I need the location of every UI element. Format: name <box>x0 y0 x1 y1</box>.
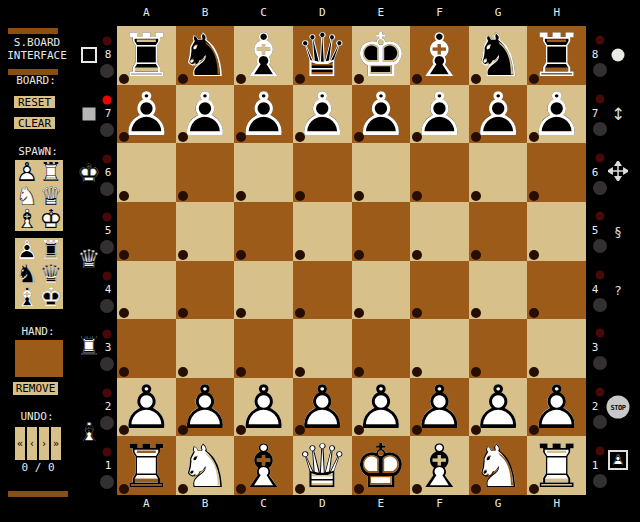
white-king-piece[interactable]: ♚♔ <box>75 159 103 187</box>
board-square[interactable] <box>117 319 176 378</box>
piece-outline: ♔ <box>39 285 63 309</box>
board-square[interactable] <box>176 143 235 202</box>
filled-square-icon[interactable] <box>83 107 96 120</box>
updown-arrow-icon[interactable]: ↕ <box>611 105 625 122</box>
board-square[interactable]: ♟♙ <box>527 378 586 437</box>
board-square[interactable] <box>352 319 411 378</box>
gray-led <box>593 239 607 253</box>
board-square[interactable]: ♜♖ <box>527 436 586 495</box>
black-pawn-piece[interactable]: ♟♙ <box>293 85 352 144</box>
board-square[interactable]: ♜♖ <box>117 436 176 495</box>
rank-label: 5 <box>592 225 599 238</box>
piece-outline: ♙ <box>117 85 176 144</box>
board-square[interactable]: ♝♗ <box>234 26 293 85</box>
spawn-palette-white: ♟♙♜♖♞♘♛♕♝♗♚♔ <box>15 160 63 231</box>
red-led <box>103 37 112 46</box>
undo-back-button[interactable]: ‹ <box>27 427 37 460</box>
white-pawn-piece[interactable]: ♟♙ <box>610 452 626 468</box>
piece-outline: ♕ <box>75 245 103 273</box>
piece-outline: ♗ <box>410 26 469 85</box>
piece-outline: ♙ <box>293 85 352 144</box>
file-label: F <box>436 6 443 19</box>
board-square[interactable]: ♟♙ <box>117 378 176 437</box>
board-square[interactable]: ♟♙ <box>410 378 469 437</box>
black-pawn-piece[interactable]: ♟♙ <box>410 85 469 144</box>
rank-label: 5 <box>105 225 112 238</box>
spawn-white-bishop[interactable]: ♝♗ <box>15 207 39 231</box>
stop-label: STOP <box>611 403 626 411</box>
board-square[interactable] <box>527 143 586 202</box>
board-square[interactable]: ♟♙ <box>352 378 411 437</box>
piece-outline: ♙ <box>234 85 293 144</box>
gray-led <box>100 475 114 489</box>
piece-outline: ♙ <box>410 85 469 144</box>
piece-outline: ♘ <box>469 26 528 85</box>
white-queen-piece[interactable]: ♛♕ <box>293 436 352 495</box>
board-square[interactable]: ♞♘ <box>469 436 528 495</box>
filled-circle-icon[interactable] <box>612 49 625 62</box>
gray-led <box>593 63 607 77</box>
red-led <box>596 212 605 221</box>
board-square[interactable]: ♝♗ <box>234 436 293 495</box>
black-rook-piece[interactable]: ♜♖ <box>527 26 586 85</box>
piece-outline: ♖ <box>527 26 586 85</box>
board-square[interactable] <box>410 261 469 320</box>
white-knight-piece[interactable]: ♞♘ <box>469 436 528 495</box>
piece-outline: ♘ <box>176 26 235 85</box>
piece-outline: ♙ <box>469 85 528 144</box>
red-led <box>103 330 112 339</box>
piece-outline: ♔ <box>39 207 63 231</box>
board-square[interactable]: ♜♖ <box>117 26 176 85</box>
file-label: C <box>260 497 267 510</box>
red-led <box>103 95 112 104</box>
white-bishop-piece[interactable]: ♝♗ <box>234 436 293 495</box>
pawn-box-icon[interactable]: ♟♙ <box>608 450 628 470</box>
gray-led <box>100 357 114 371</box>
rank-label: 1 <box>592 459 599 472</box>
board-square[interactable]: ♚♔ <box>352 26 411 85</box>
file-label: B <box>202 6 209 19</box>
file-label: G <box>495 497 502 510</box>
red-led <box>596 94 605 103</box>
red-led <box>103 447 112 456</box>
piece-outline: ♘ <box>469 436 528 495</box>
footer-bar <box>8 491 68 497</box>
board-square[interactable]: ♟♙ <box>234 378 293 437</box>
board-square[interactable]: ♟♙ <box>352 85 411 144</box>
clear-button[interactable]: CLEAR <box>14 117 55 129</box>
gray-led <box>593 122 607 136</box>
hand-slot[interactable] <box>15 340 63 377</box>
board-square[interactable]: ♞♘ <box>176 26 235 85</box>
undo-forward-button[interactable]: › <box>39 427 49 460</box>
spawn-palette-black: ♟♙♜♖♞♘♛♕♝♗♚♔ <box>15 238 63 309</box>
gray-led <box>593 298 607 312</box>
black-queen-piece[interactable]: ♛♕ <box>293 26 352 85</box>
board-square[interactable] <box>234 261 293 320</box>
board-square[interactable] <box>293 202 352 261</box>
board-square[interactable] <box>352 261 411 320</box>
undo-button-row: «‹›» <box>15 427 61 460</box>
piece-outline: ♙ <box>352 85 411 144</box>
board-square[interactable] <box>352 143 411 202</box>
white-pawn-piece[interactable]: ♟♙ <box>176 378 235 437</box>
gray-led <box>593 181 607 195</box>
board-square[interactable]: ♟♙ <box>293 378 352 437</box>
gray-led <box>100 64 114 78</box>
file-label: A <box>143 6 150 19</box>
file-label: B <box>202 497 209 510</box>
gray-led <box>593 474 607 488</box>
board-square[interactable] <box>469 202 528 261</box>
black-bishop-piece[interactable]: ♝♗ <box>234 26 293 85</box>
white-rook-piece[interactable]: ♜♖ <box>117 436 176 495</box>
board-square[interactable] <box>527 202 586 261</box>
rank-label: 7 <box>592 107 599 120</box>
board-section-label: BOARD: <box>16 74 56 87</box>
reset-button[interactable]: RESET <box>14 96 55 108</box>
hand-section-label: HAND: <box>21 325 54 338</box>
file-label: D <box>319 6 326 19</box>
rank-label: 8 <box>105 49 112 62</box>
sboard-interface-app: S.BOARD INTERFACE BOARD: RESET CLEAR SPA… <box>0 0 640 522</box>
board-square[interactable] <box>527 261 586 320</box>
red-led <box>103 271 112 280</box>
red-led <box>103 389 112 398</box>
piece-outline: ♔ <box>352 436 411 495</box>
board-square[interactable] <box>293 261 352 320</box>
piece-outline: ♖ <box>75 332 103 360</box>
board-square[interactable] <box>469 261 528 320</box>
white-bishop-piece[interactable]: ♝♗ <box>15 207 39 231</box>
rank-label: 7 <box>105 107 112 120</box>
black-rook-piece[interactable]: ♜♖ <box>117 26 176 85</box>
white-pawn-piece[interactable]: ♟♙ <box>234 378 293 437</box>
question-mark-icon[interactable]: ? <box>614 283 622 296</box>
piece-outline: ♖ <box>117 436 176 495</box>
white-king-piece[interactable]: ♚♔ <box>39 207 63 231</box>
white-bishop-piece[interactable]: ♝♗ <box>410 436 469 495</box>
piece-outline: ♙ <box>469 378 528 437</box>
piece-outline: ♗ <box>15 285 39 309</box>
move-arrows-icon[interactable] <box>608 161 628 185</box>
board-square[interactable] <box>176 319 235 378</box>
board-square[interactable]: ♟♙ <box>527 85 586 144</box>
red-led <box>103 213 112 222</box>
board-square[interactable] <box>234 143 293 202</box>
white-pawn-piece[interactable]: ♟♙ <box>352 378 411 437</box>
black-bishop-piece[interactable]: ♝♗ <box>410 26 469 85</box>
board-square[interactable] <box>469 143 528 202</box>
white-queen-piece[interactable]: ♛♕ <box>75 245 103 273</box>
board-square[interactable]: ♝♗ <box>410 26 469 85</box>
undo-section-label: UNDO: <box>20 410 53 423</box>
file-label: E <box>378 497 385 510</box>
board-square[interactable] <box>410 143 469 202</box>
piece-outline: ♖ <box>527 436 586 495</box>
board-square[interactable] <box>293 319 352 378</box>
red-led <box>596 36 605 45</box>
file-label: E <box>378 6 385 19</box>
board-square[interactable]: ♟♙ <box>117 85 176 144</box>
file-label: A <box>143 497 150 510</box>
board-square[interactable]: ♟♙ <box>234 85 293 144</box>
board-square[interactable]: ♟♙ <box>176 378 235 437</box>
board-square[interactable]: ♟♙ <box>469 378 528 437</box>
app-title-line2: INTERFACE <box>7 49 67 62</box>
piece-outline: ♗ <box>15 207 39 231</box>
red-led <box>596 329 605 338</box>
board-square[interactable]: ♟♙ <box>293 85 352 144</box>
board-square[interactable]: ♜♖ <box>527 26 586 85</box>
black-knight-piece[interactable]: ♞♘ <box>176 26 235 85</box>
red-led <box>596 446 605 455</box>
piece-outline: ♙ <box>176 85 235 144</box>
undo-counter: 0 / 0 <box>21 461 54 474</box>
board-square[interactable] <box>410 202 469 261</box>
gray-led <box>593 415 607 429</box>
board-square[interactable]: ♟♙ <box>176 85 235 144</box>
white-rook-icon[interactable]: ♜♖ <box>75 332 103 360</box>
piece-outline: ♙ <box>527 378 586 437</box>
gray-led <box>100 123 114 137</box>
spawn-black-bishop[interactable]: ♝♗ <box>15 285 39 309</box>
rank-label: 4 <box>105 283 112 296</box>
board-square[interactable]: ♚♔ <box>352 436 411 495</box>
white-pawn-piece[interactable]: ♟♙ <box>527 378 586 437</box>
file-label: G <box>495 6 502 19</box>
undo-first-button[interactable]: « <box>15 427 25 460</box>
board-square[interactable]: ♝♗ <box>410 436 469 495</box>
rank-label: 2 <box>105 400 112 413</box>
white-rook-piece[interactable]: ♜♖ <box>527 436 586 495</box>
piece-outline: ♔ <box>352 26 411 85</box>
white-pawn-piece[interactable]: ♟♙ <box>293 378 352 437</box>
piece-outline: ♖ <box>117 26 176 85</box>
rank-label: 8 <box>592 49 599 62</box>
piece-outline: ♗ <box>234 436 293 495</box>
spawn-white-king[interactable]: ♚♔ <box>39 207 63 231</box>
black-king-piece[interactable]: ♚♔ <box>352 26 411 85</box>
black-pawn-piece[interactable]: ♟♙ <box>234 85 293 144</box>
white-bishop-icon[interactable]: ♝♗ <box>75 418 103 446</box>
piece-outline: ♙ <box>352 378 411 437</box>
white-bishop-piece[interactable]: ♝♗ <box>75 418 103 446</box>
section-sign-icon[interactable]: § <box>614 225 622 238</box>
outline-square-icon[interactable] <box>81 47 97 63</box>
piece-outline: ♙ <box>293 378 352 437</box>
rank-label: 3 <box>592 342 599 355</box>
board-square[interactable] <box>176 202 235 261</box>
red-led <box>596 270 605 279</box>
white-king-piece[interactable]: ♚♔ <box>352 436 411 495</box>
board-square[interactable]: ♞♘ <box>469 26 528 85</box>
file-label: H <box>553 497 560 510</box>
board-square[interactable]: ♛♕ <box>293 436 352 495</box>
undo-last-button[interactable]: » <box>51 427 61 460</box>
piece-outline: ♙ <box>410 378 469 437</box>
spawn-black-king[interactable]: ♚♔ <box>39 285 63 309</box>
file-label: F <box>436 497 443 510</box>
board: ♜♖♞♘♝♗♛♕♚♔♝♗♞♘♜♖♟♙♟♙♟♙♟♙♟♙♟♙♟♙♟♙♟♙♟♙♟♙♟♙… <box>117 26 586 495</box>
board-square[interactable] <box>293 143 352 202</box>
piece-outline: ♗ <box>410 436 469 495</box>
board-square[interactable]: ♟♙ <box>410 85 469 144</box>
rank-label: 1 <box>105 459 112 472</box>
red-led <box>596 388 605 397</box>
board-square[interactable] <box>117 143 176 202</box>
piece-outline: ♙ <box>234 378 293 437</box>
white-rook-piece[interactable]: ♜♖ <box>75 332 103 360</box>
piece-outline: ♗ <box>75 418 103 446</box>
piece-outline: ♕ <box>293 436 352 495</box>
piece-outline: ♙ <box>527 85 586 144</box>
piece-outline: ♘ <box>176 436 235 495</box>
piece-outline: ♕ <box>293 26 352 85</box>
piece-outline: ♙ <box>117 378 176 437</box>
rank-label: 3 <box>105 342 112 355</box>
board-square[interactable] <box>352 202 411 261</box>
gray-led <box>593 356 607 370</box>
black-pawn-piece[interactable]: ♟♙ <box>117 85 176 144</box>
board-square[interactable] <box>469 319 528 378</box>
title-top-bar <box>8 28 58 34</box>
board-square[interactable] <box>117 261 176 320</box>
white-king-icon[interactable]: ♚♔ <box>75 159 103 187</box>
board-square[interactable]: ♟♙ <box>469 85 528 144</box>
black-knight-piece[interactable]: ♞♘ <box>469 26 528 85</box>
black-pawn-piece[interactable]: ♟♙ <box>176 85 235 144</box>
app-title-line1: S.BOARD <box>14 36 60 49</box>
rank-label: 6 <box>105 166 112 179</box>
black-bishop-piece[interactable]: ♝♗ <box>15 285 39 309</box>
board-square[interactable] <box>234 319 293 378</box>
board-square[interactable] <box>527 319 586 378</box>
gray-led <box>100 416 114 430</box>
rank-label: 2 <box>592 400 599 413</box>
white-knight-piece[interactable]: ♞♘ <box>176 436 235 495</box>
white-pawn-piece[interactable]: ♟♙ <box>469 378 528 437</box>
board-square[interactable] <box>410 319 469 378</box>
board-square[interactable] <box>117 202 176 261</box>
black-pawn-piece[interactable]: ♟♙ <box>469 85 528 144</box>
board-square[interactable]: ♛♕ <box>293 26 352 85</box>
black-pawn-piece[interactable]: ♟♙ <box>352 85 411 144</box>
stop-button[interactable]: STOP <box>607 396 630 419</box>
board-square[interactable] <box>234 202 293 261</box>
piece-outline: ♙ <box>176 378 235 437</box>
gray-led <box>100 299 114 313</box>
rank-label: 4 <box>592 283 599 296</box>
rank-label: 6 <box>592 166 599 179</box>
board-square[interactable]: ♞♘ <box>176 436 235 495</box>
red-led <box>103 154 112 163</box>
remove-button[interactable]: REMOVE <box>13 382 58 395</box>
white-pawn-piece[interactable]: ♟♙ <box>410 378 469 437</box>
black-pawn-piece[interactable]: ♟♙ <box>527 85 586 144</box>
piece-outline: ♗ <box>234 26 293 85</box>
piece-outline: ♙ <box>610 452 626 468</box>
red-led <box>596 153 605 162</box>
board-square[interactable] <box>176 261 235 320</box>
black-king-piece[interactable]: ♚♔ <box>39 285 63 309</box>
file-label: C <box>260 6 267 19</box>
file-label: D <box>319 497 326 510</box>
file-label: H <box>553 6 560 19</box>
white-queen-icon[interactable]: ♛♕ <box>75 245 103 273</box>
piece-outline: ♔ <box>75 159 103 187</box>
white-pawn-piece[interactable]: ♟♙ <box>117 378 176 437</box>
